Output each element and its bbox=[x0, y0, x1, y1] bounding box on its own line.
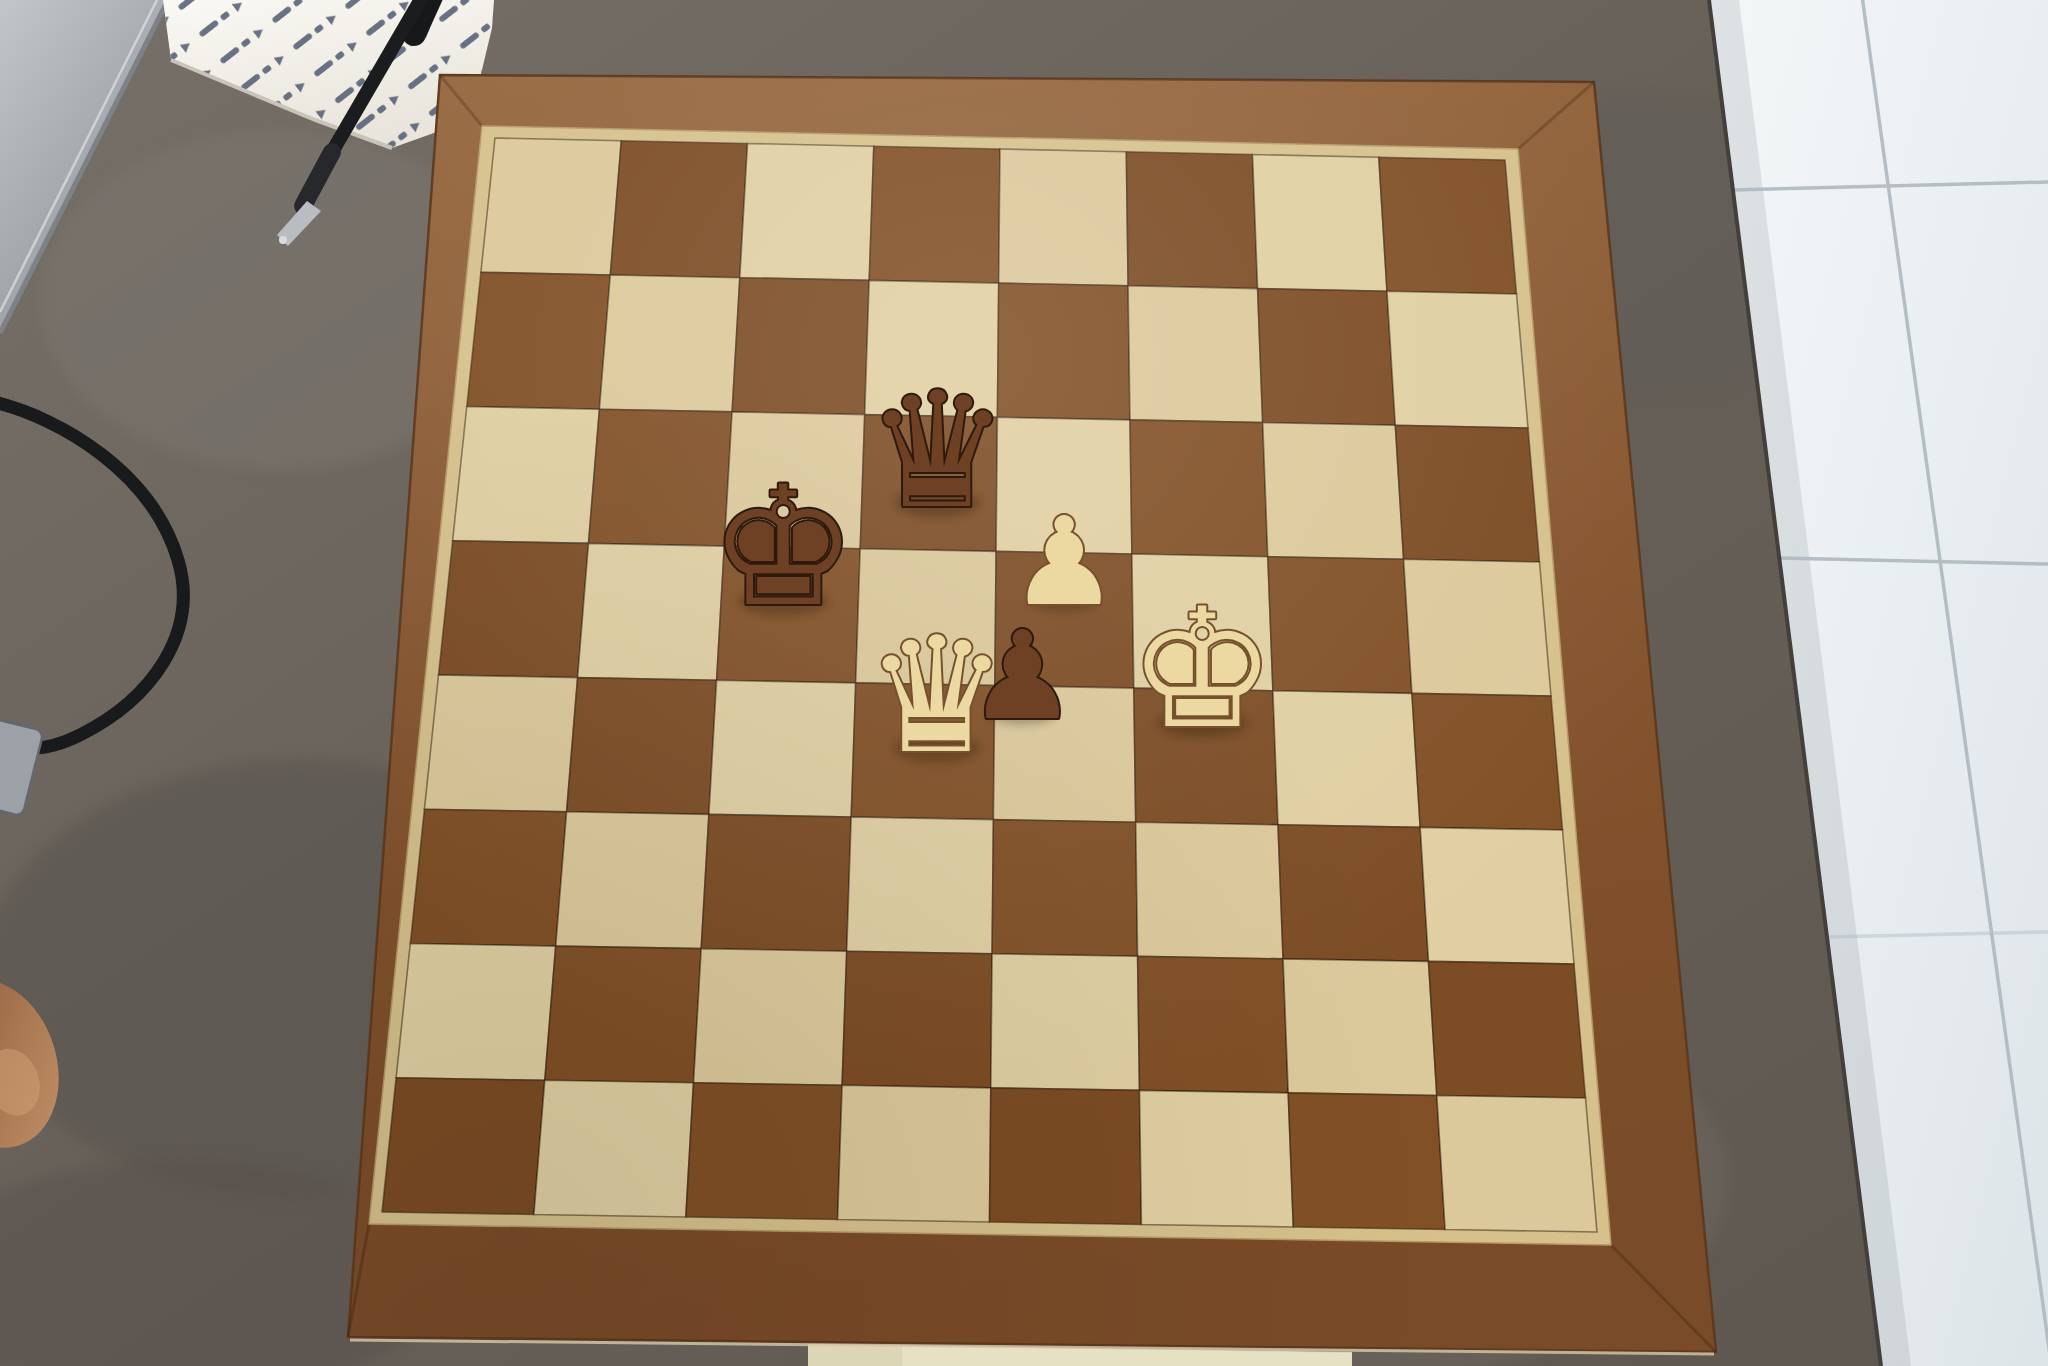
square-a5[interactable] bbox=[439, 541, 589, 678]
square-g3[interactable] bbox=[1278, 825, 1429, 962]
square-g8[interactable] bbox=[1253, 155, 1388, 292]
square-h8[interactable] bbox=[1379, 157, 1517, 294]
square-f8[interactable] bbox=[1126, 152, 1257, 289]
square-e2[interactable] bbox=[991, 954, 1140, 1091]
square-h7[interactable] bbox=[1387, 291, 1528, 428]
square-f7[interactable] bbox=[1128, 286, 1263, 423]
square-g7[interactable] bbox=[1258, 289, 1396, 426]
piece-white-king-f4[interactable]: ♚ bbox=[1128, 573, 1276, 765]
square-b2[interactable] bbox=[545, 946, 701, 1083]
square-c7[interactable] bbox=[732, 278, 869, 415]
chess-board: ♛♟♚♟♚♛ bbox=[348, 75, 1716, 1354]
square-b4[interactable] bbox=[567, 678, 717, 815]
piece-white-queen-d4[interactable]: ♛ bbox=[865, 602, 1008, 789]
square-a3[interactable] bbox=[410, 809, 566, 946]
square-c2[interactable] bbox=[694, 949, 847, 1086]
square-h2[interactable] bbox=[1429, 961, 1586, 1098]
square-f6[interactable] bbox=[1130, 420, 1268, 557]
square-b1[interactable] bbox=[534, 1080, 694, 1217]
square-d8[interactable] bbox=[869, 146, 1000, 283]
piece-glyph-black-queen[interactable]: ♛ bbox=[866, 357, 1009, 544]
square-c3[interactable] bbox=[701, 814, 851, 951]
square-g2[interactable] bbox=[1283, 959, 1437, 1096]
square-g4[interactable] bbox=[1273, 691, 1420, 828]
piece-black-queen-d6[interactable]: ♛ bbox=[866, 357, 1009, 544]
square-f2[interactable] bbox=[1138, 956, 1289, 1093]
square-e1[interactable] bbox=[990, 1088, 1142, 1225]
piece-glyph-black-king[interactable]: ♚ bbox=[709, 451, 857, 643]
square-e8[interactable] bbox=[999, 149, 1128, 286]
square-h5[interactable] bbox=[1404, 559, 1551, 696]
square-d1[interactable] bbox=[838, 1085, 991, 1222]
square-g1[interactable] bbox=[1288, 1093, 1445, 1230]
square-d2[interactable] bbox=[842, 951, 992, 1088]
piece-glyph-white-king[interactable]: ♚ bbox=[1128, 573, 1276, 765]
piece-black-king-c5[interactable]: ♚ bbox=[709, 451, 857, 643]
square-b7[interactable] bbox=[599, 275, 739, 412]
square-a1[interactable] bbox=[382, 1078, 545, 1215]
pen-tip-point bbox=[279, 236, 287, 244]
square-e7[interactable] bbox=[997, 283, 1130, 420]
square-h3[interactable] bbox=[1420, 827, 1574, 964]
square-h6[interactable] bbox=[1395, 425, 1539, 562]
square-h1[interactable] bbox=[1437, 1096, 1597, 1233]
square-a7[interactable] bbox=[467, 272, 611, 409]
square-h4[interactable] bbox=[1412, 693, 1563, 830]
square-c1[interactable] bbox=[686, 1083, 842, 1220]
square-f1[interactable] bbox=[1140, 1090, 1294, 1227]
square-c8[interactable] bbox=[740, 144, 874, 281]
square-a2[interactable] bbox=[396, 944, 556, 1081]
square-d3[interactable] bbox=[847, 817, 994, 954]
square-b3[interactable] bbox=[556, 812, 709, 949]
square-b5[interactable] bbox=[578, 543, 725, 680]
square-f3[interactable] bbox=[1136, 822, 1283, 959]
square-e3[interactable] bbox=[992, 820, 1138, 957]
square-b8[interactable] bbox=[610, 141, 747, 278]
square-g5[interactable] bbox=[1268, 557, 1412, 694]
screenshot-root: ♛♟♚♟♚♛ bbox=[0, 0, 2048, 1366]
square-c4[interactable] bbox=[709, 680, 856, 817]
square-a4[interactable] bbox=[424, 675, 577, 812]
square-g6[interactable] bbox=[1263, 423, 1404, 560]
square-a6[interactable] bbox=[453, 407, 600, 544]
square-a8[interactable] bbox=[481, 138, 621, 275]
scene: ♛♟♚♟♚♛ bbox=[0, 0, 2048, 1366]
piece-glyph-white-queen[interactable]: ♛ bbox=[865, 602, 1008, 789]
